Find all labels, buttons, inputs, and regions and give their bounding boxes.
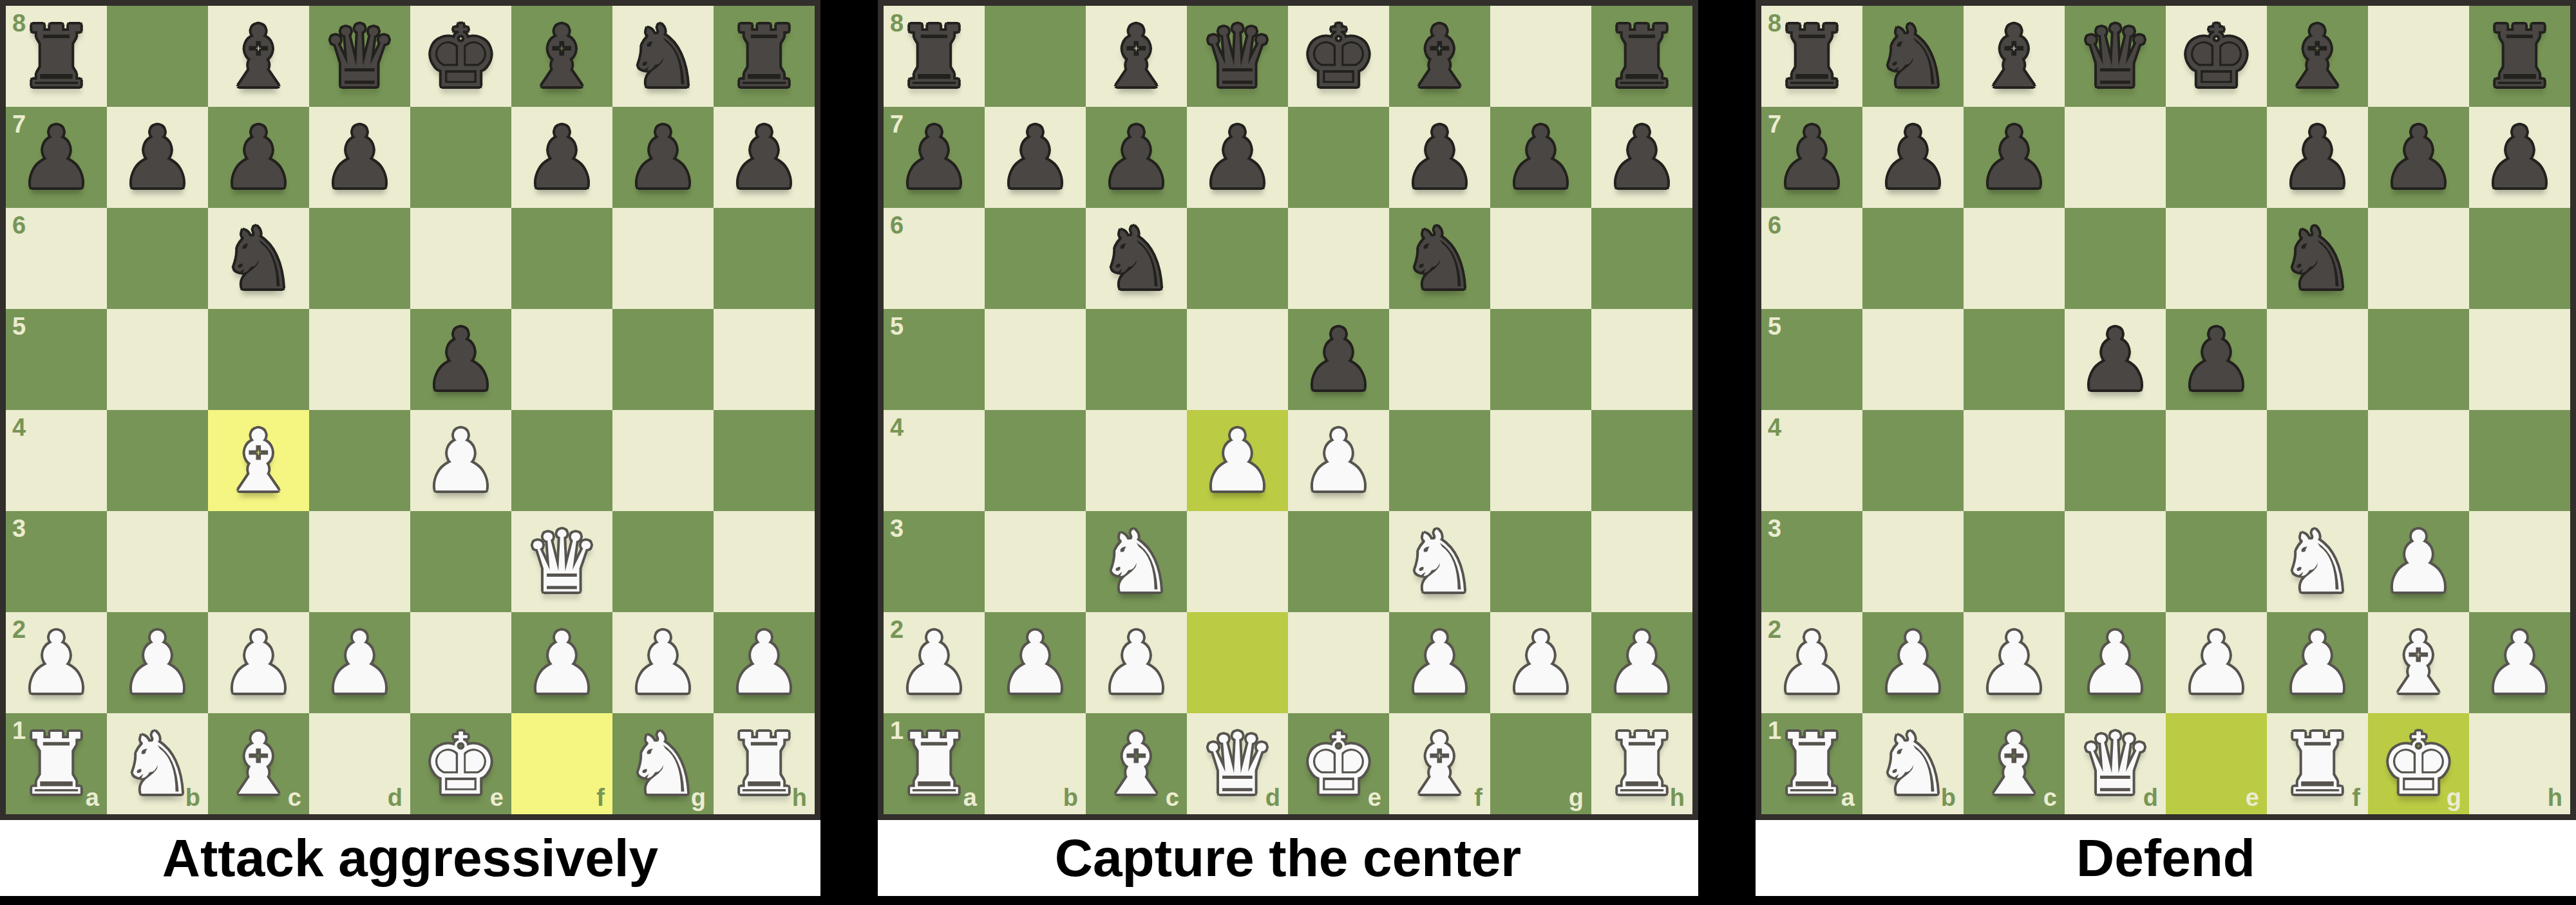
square-h2[interactable]: ♟	[2469, 612, 2570, 713]
black-pawn[interactable]: ♟	[1976, 115, 2052, 200]
black-pawn[interactable]: ♟	[321, 115, 397, 200]
square-e3[interactable]	[410, 511, 511, 612]
square-f4[interactable]	[2267, 410, 2368, 511]
square-a5[interactable]: 5	[6, 309, 107, 410]
square-g6[interactable]	[2368, 208, 2469, 309]
square-d1[interactable]: d♛	[2065, 713, 2166, 814]
black-bishop[interactable]: ♝	[524, 14, 600, 99]
square-c6[interactable]	[1964, 208, 2065, 309]
square-b6[interactable]	[985, 208, 1086, 309]
square-d5[interactable]: ♟	[2065, 309, 2166, 410]
black-queen[interactable]: ♛	[1199, 14, 1275, 99]
square-e1[interactable]: e	[2166, 713, 2267, 814]
square-a6[interactable]: 6	[6, 208, 107, 309]
square-f8[interactable]: ♝	[511, 6, 612, 107]
white-rook[interactable]: ♜	[1774, 722, 1850, 807]
square-c4[interactable]	[1964, 410, 2065, 511]
square-d3[interactable]	[1187, 511, 1288, 612]
square-c6[interactable]: ♞	[208, 208, 309, 309]
square-c7[interactable]: ♟	[1086, 107, 1187, 208]
white-rook[interactable]: ♜	[726, 722, 802, 807]
square-f2[interactable]: ♟	[511, 612, 612, 713]
black-rook[interactable]: ♜	[1604, 14, 1680, 99]
black-bishop[interactable]: ♝	[220, 14, 296, 99]
white-pawn[interactable]: ♟	[1774, 620, 1850, 705]
black-knight[interactable]: ♞	[2279, 216, 2355, 301]
square-d4[interactable]	[2065, 410, 2166, 511]
square-b6[interactable]	[1862, 208, 1964, 309]
square-d2[interactable]: ♟	[309, 612, 410, 713]
square-b3[interactable]	[1862, 511, 1964, 612]
square-b4[interactable]	[985, 410, 1086, 511]
square-b7[interactable]: ♟	[1862, 107, 1964, 208]
white-queen[interactable]: ♛	[524, 519, 600, 604]
square-h6[interactable]	[2469, 208, 2570, 309]
square-e6[interactable]	[410, 208, 511, 309]
white-knight[interactable]: ♞	[625, 722, 701, 807]
square-c6[interactable]: ♞	[1086, 208, 1187, 309]
white-pawn[interactable]: ♟	[2279, 620, 2355, 705]
black-bishop[interactable]: ♝	[1401, 14, 1477, 99]
square-b4[interactable]	[1862, 410, 1964, 511]
square-h7[interactable]: ♟	[2469, 107, 2570, 208]
square-e7[interactable]	[1288, 107, 1389, 208]
square-h1[interactable]: h♜	[1591, 713, 1692, 814]
square-h4[interactable]	[1591, 410, 1692, 511]
square-h7[interactable]: ♟	[714, 107, 815, 208]
white-bishop[interactable]: ♝	[1976, 722, 2052, 807]
square-a4[interactable]: 4	[884, 410, 985, 511]
black-pawn[interactable]: ♟	[1502, 115, 1578, 200]
square-c7[interactable]: ♟	[1964, 107, 2065, 208]
square-e5[interactable]: ♟	[2166, 309, 2267, 410]
square-h2[interactable]: ♟	[1591, 612, 1692, 713]
black-knight[interactable]: ♞	[625, 14, 701, 99]
white-pawn[interactable]: ♟	[1976, 620, 2052, 705]
white-pawn[interactable]: ♟	[997, 620, 1073, 705]
rank-label-5: 5	[890, 313, 904, 341]
black-pawn[interactable]: ♟	[18, 115, 94, 200]
black-knight[interactable]: ♞	[1875, 14, 1951, 99]
square-g5[interactable]	[2368, 309, 2469, 410]
square-h1[interactable]: h♜	[714, 713, 815, 814]
black-rook[interactable]: ♜	[1774, 14, 1850, 99]
white-pawn[interactable]: ♟	[422, 418, 498, 503]
black-pawn[interactable]: ♟	[1098, 115, 1174, 200]
black-rook[interactable]: ♜	[726, 14, 802, 99]
square-c3[interactable]	[1964, 511, 2065, 612]
square-g8[interactable]	[1490, 6, 1591, 107]
square-f2[interactable]: ♟	[2267, 612, 2368, 713]
square-g1[interactable]: g♞	[612, 713, 714, 814]
square-e7[interactable]	[410, 107, 511, 208]
file-label-d: d	[388, 784, 402, 812]
square-b1[interactable]: b♞	[107, 713, 208, 814]
black-rook[interactable]: ♜	[896, 14, 972, 99]
square-c2[interactable]: ♟	[208, 612, 309, 713]
white-king[interactable]: ♚	[1300, 722, 1376, 807]
square-c2[interactable]: ♟	[1086, 612, 1187, 713]
black-queen[interactable]: ♛	[321, 14, 397, 99]
black-pawn[interactable]: ♟	[220, 115, 296, 200]
square-e5[interactable]: ♟	[1288, 309, 1389, 410]
square-h3[interactable]	[2469, 511, 2570, 612]
square-d3[interactable]	[2065, 511, 2166, 612]
square-g4[interactable]	[1490, 410, 1591, 511]
file-label-c: c	[288, 784, 301, 812]
square-e3[interactable]	[2166, 511, 2267, 612]
file-label-a: a	[86, 784, 99, 812]
square-a3[interactable]: 3	[1761, 511, 1862, 612]
square-a6[interactable]: 6	[1761, 208, 1862, 309]
black-knight[interactable]: ♞	[1401, 216, 1477, 301]
rank-label-3: 3	[890, 515, 904, 543]
square-g6[interactable]	[1490, 208, 1591, 309]
square-f1[interactable]: f	[511, 713, 612, 814]
black-pawn[interactable]: ♟	[1199, 115, 1275, 200]
square-h4[interactable]	[2469, 410, 2570, 511]
black-bishop[interactable]: ♝	[2279, 14, 2355, 99]
square-e8[interactable]: ♚	[2166, 6, 2267, 107]
square-d6[interactable]	[2065, 208, 2166, 309]
square-f8[interactable]: ♝	[1389, 6, 1490, 107]
square-b1[interactable]: b	[985, 713, 1086, 814]
square-d8[interactable]: ♛	[1187, 6, 1288, 107]
white-pawn[interactable]: ♟	[2077, 620, 2153, 705]
square-e6[interactable]	[1288, 208, 1389, 309]
square-b2[interactable]: ♟	[985, 612, 1086, 713]
square-d5[interactable]	[1187, 309, 1288, 410]
square-g7[interactable]: ♟	[612, 107, 714, 208]
square-a5[interactable]: 5	[1761, 309, 1862, 410]
square-c2[interactable]: ♟	[1964, 612, 2065, 713]
square-a5[interactable]: 5	[884, 309, 985, 410]
white-pawn[interactable]: ♟	[1502, 620, 1578, 705]
square-e5[interactable]: ♟	[410, 309, 511, 410]
square-c1[interactable]: c♝	[1086, 713, 1187, 814]
square-e2[interactable]: ♟	[2166, 612, 2267, 713]
black-pawn[interactable]: ♟	[896, 115, 972, 200]
square-c1[interactable]: c♝	[1964, 713, 2065, 814]
square-g2[interactable]: ♝	[2368, 612, 2469, 713]
white-knight[interactable]: ♞	[2279, 519, 2355, 604]
square-a4[interactable]: 4	[6, 410, 107, 511]
square-h8[interactable]: ♜	[2469, 6, 2570, 107]
square-e8[interactable]: ♚	[410, 6, 511, 107]
square-d2[interactable]	[1187, 612, 1288, 713]
black-pawn[interactable]: ♟	[422, 317, 498, 402]
black-pawn[interactable]: ♟	[726, 115, 802, 200]
square-c3[interactable]	[208, 511, 309, 612]
square-h2[interactable]: ♟	[714, 612, 815, 713]
white-bishop[interactable]: ♝	[220, 418, 296, 503]
square-d7[interactable]: ♟	[309, 107, 410, 208]
chess-board-center: 8♜♝♛♚♝♜7♟♟♟♟♟♟♟6♞♞5♟4♟♟3♞♞2♟♟♟♟♟♟1a♜bc♝d…	[878, 0, 1698, 820]
square-d6[interactable]	[1187, 208, 1288, 309]
square-b6[interactable]	[107, 208, 208, 309]
square-f3[interactable]: ♞	[2267, 511, 2368, 612]
white-king[interactable]: ♚	[422, 722, 498, 807]
square-a1[interactable]: 1a♜	[884, 713, 985, 814]
square-g4[interactable]	[612, 410, 714, 511]
square-d6[interactable]	[309, 208, 410, 309]
square-b3[interactable]	[107, 511, 208, 612]
square-d1[interactable]: d♛	[1187, 713, 1288, 814]
caption-center: Capture the center	[878, 820, 1698, 896]
square-g2[interactable]: ♟	[1490, 612, 1591, 713]
square-f6[interactable]	[511, 208, 612, 309]
square-f1[interactable]: f♜	[2267, 713, 2368, 814]
black-pawn[interactable]: ♟	[119, 115, 195, 200]
square-g6[interactable]	[612, 208, 714, 309]
square-f4[interactable]	[1389, 410, 1490, 511]
white-rook[interactable]: ♜	[1604, 722, 1680, 807]
square-f5[interactable]	[2267, 309, 2368, 410]
square-h3[interactable]	[1591, 511, 1692, 612]
square-c5[interactable]	[208, 309, 309, 410]
black-pawn[interactable]: ♟	[1401, 115, 1477, 200]
black-king[interactable]: ♚	[422, 14, 498, 99]
square-b2[interactable]: ♟	[1862, 612, 1964, 713]
square-g3[interactable]	[612, 511, 714, 612]
white-pawn[interactable]: ♟	[220, 620, 296, 705]
white-pawn[interactable]: ♟	[18, 620, 94, 705]
white-queen[interactable]: ♛	[1199, 722, 1275, 807]
square-a8[interactable]: 8♜	[6, 6, 107, 107]
black-rook[interactable]: ♜	[2481, 14, 2557, 99]
white-rook[interactable]: ♜	[18, 722, 94, 807]
white-pawn[interactable]: ♟	[1604, 620, 1680, 705]
white-bishop[interactable]: ♝	[220, 722, 296, 807]
white-pawn[interactable]: ♟	[1401, 620, 1477, 705]
square-d2[interactable]: ♟	[2065, 612, 2166, 713]
square-g7[interactable]: ♟	[1490, 107, 1591, 208]
white-bishop[interactable]: ♝	[1401, 722, 1477, 807]
square-b7[interactable]: ♟	[985, 107, 1086, 208]
white-pawn[interactable]: ♟	[1098, 620, 1174, 705]
square-h8[interactable]: ♜	[1591, 6, 1692, 107]
square-b5[interactable]	[985, 309, 1086, 410]
square-h5[interactable]	[2469, 309, 2570, 410]
rank-label-5: 5	[1768, 313, 1781, 341]
square-a3[interactable]: 3	[884, 511, 985, 612]
square-a8[interactable]: 8♜	[884, 6, 985, 107]
black-rook[interactable]: ♜	[18, 14, 94, 99]
square-c8[interactable]: ♝	[1964, 6, 2065, 107]
square-h6[interactable]	[1591, 208, 1692, 309]
square-d4[interactable]: ♟	[1187, 410, 1288, 511]
square-a4[interactable]: 4	[1761, 410, 1862, 511]
white-rook[interactable]: ♜	[896, 722, 972, 807]
square-e4[interactable]: ♟	[1288, 410, 1389, 511]
black-bishop[interactable]: ♝	[1098, 14, 1174, 99]
square-a2[interactable]: 2♟	[884, 612, 985, 713]
black-knight[interactable]: ♞	[1098, 216, 1174, 301]
square-a7[interactable]: 7♟	[1761, 107, 1862, 208]
white-pawn[interactable]: ♟	[2481, 620, 2557, 705]
square-b2[interactable]: ♟	[107, 612, 208, 713]
black-pawn[interactable]: ♟	[1875, 115, 1951, 200]
black-bishop[interactable]: ♝	[1976, 14, 2052, 99]
square-e4[interactable]	[2166, 410, 2267, 511]
square-d7[interactable]: ♟	[1187, 107, 1288, 208]
square-c4[interactable]	[1086, 410, 1187, 511]
square-a7[interactable]: 7♟	[6, 107, 107, 208]
square-c5[interactable]	[1964, 309, 2065, 410]
white-knight[interactable]: ♞	[1875, 722, 1951, 807]
white-pawn[interactable]: ♟	[896, 620, 972, 705]
white-rook[interactable]: ♜	[2279, 722, 2355, 807]
black-king[interactable]: ♚	[1300, 14, 1376, 99]
square-h7[interactable]: ♟	[1591, 107, 1692, 208]
square-f3[interactable]: ♛	[511, 511, 612, 612]
square-b8[interactable]	[107, 6, 208, 107]
white-king[interactable]: ♚	[2380, 722, 2456, 807]
square-c4[interactable]: ♝	[208, 410, 309, 511]
square-f5[interactable]	[1389, 309, 1490, 410]
black-pawn[interactable]: ♟	[2077, 317, 2153, 402]
black-pawn[interactable]: ♟	[2178, 317, 2254, 402]
square-g2[interactable]: ♟	[612, 612, 714, 713]
square-f1[interactable]: f♝	[1389, 713, 1490, 814]
white-pawn[interactable]: ♟	[321, 620, 397, 705]
square-e2[interactable]	[410, 612, 511, 713]
white-pawn[interactable]: ♟	[524, 620, 600, 705]
square-e4[interactable]: ♟	[410, 410, 511, 511]
square-g8[interactable]	[2368, 6, 2469, 107]
square-f8[interactable]: ♝	[2267, 6, 2368, 107]
file-label-h: h	[2548, 784, 2562, 812]
white-bishop[interactable]: ♝	[2380, 620, 2456, 705]
black-queen[interactable]: ♛	[2077, 14, 2153, 99]
square-e1[interactable]: e♚	[1288, 713, 1389, 814]
black-pawn[interactable]: ♟	[524, 115, 600, 200]
black-pawn[interactable]: ♟	[2279, 115, 2355, 200]
square-b5[interactable]	[107, 309, 208, 410]
square-b5[interactable]	[1862, 309, 1964, 410]
square-f6[interactable]: ♞	[1389, 208, 1490, 309]
rank-label-1: 1	[890, 717, 904, 745]
square-a6[interactable]: 6	[884, 208, 985, 309]
square-c7[interactable]: ♟	[208, 107, 309, 208]
square-f7[interactable]: ♟	[1389, 107, 1490, 208]
white-pawn[interactable]: ♟	[726, 620, 802, 705]
square-g3[interactable]: ♟	[2368, 511, 2469, 612]
square-e6[interactable]	[2166, 208, 2267, 309]
square-a1[interactable]: 1a♜	[1761, 713, 1862, 814]
square-g8[interactable]: ♞	[612, 6, 714, 107]
square-f3[interactable]: ♞	[1389, 511, 1490, 612]
white-pawn[interactable]: ♟	[2380, 519, 2456, 604]
square-b8[interactable]	[985, 6, 1086, 107]
white-knight[interactable]: ♞	[1401, 519, 1477, 604]
black-pawn[interactable]: ♟	[997, 115, 1073, 200]
square-a1[interactable]: 1a♜	[6, 713, 107, 814]
square-a3[interactable]: 3	[6, 511, 107, 612]
square-e1[interactable]: e♚	[410, 713, 511, 814]
square-b4[interactable]	[107, 410, 208, 511]
black-knight[interactable]: ♞	[220, 216, 296, 301]
square-f7[interactable]: ♟	[2267, 107, 2368, 208]
black-pawn[interactable]: ♟	[625, 115, 701, 200]
square-a2[interactable]: 2♟	[1761, 612, 1862, 713]
square-d5[interactable]	[309, 309, 410, 410]
square-c3[interactable]: ♞	[1086, 511, 1187, 612]
square-d8[interactable]: ♛	[2065, 6, 2166, 107]
square-e8[interactable]: ♚	[1288, 6, 1389, 107]
square-b1[interactable]: b♞	[1862, 713, 1964, 814]
square-c8[interactable]: ♝	[1086, 6, 1187, 107]
black-pawn[interactable]: ♟	[1604, 115, 1680, 200]
square-f7[interactable]: ♟	[511, 107, 612, 208]
square-a2[interactable]: 2♟	[6, 612, 107, 713]
black-king[interactable]: ♚	[2178, 14, 2254, 99]
square-a8[interactable]: 8♜	[1761, 6, 1862, 107]
black-pawn[interactable]: ♟	[2380, 115, 2456, 200]
white-pawn[interactable]: ♟	[1875, 620, 1951, 705]
black-pawn[interactable]: ♟	[1300, 317, 1376, 402]
square-d8[interactable]: ♛	[309, 6, 410, 107]
square-g5[interactable]	[612, 309, 714, 410]
square-e2[interactable]	[1288, 612, 1389, 713]
file-label-g: g	[2447, 784, 2461, 812]
white-knight[interactable]: ♞	[119, 722, 195, 807]
square-g4[interactable]	[2368, 410, 2469, 511]
square-h5[interactable]	[1591, 309, 1692, 410]
square-c1[interactable]: c♝	[208, 713, 309, 814]
square-e3[interactable]	[1288, 511, 1389, 612]
rank-label-1: 1	[1768, 717, 1781, 745]
white-pawn[interactable]: ♟	[1199, 418, 1275, 503]
square-c8[interactable]: ♝	[208, 6, 309, 107]
square-g1[interactable]: g♚	[2368, 713, 2469, 814]
square-f2[interactable]: ♟	[1389, 612, 1490, 713]
square-h8[interactable]: ♜	[714, 6, 815, 107]
white-pawn[interactable]: ♟	[2178, 620, 2254, 705]
black-pawn[interactable]: ♟	[1774, 115, 1850, 200]
square-e7[interactable]	[2166, 107, 2267, 208]
white-pawn[interactable]: ♟	[625, 620, 701, 705]
square-g5[interactable]	[1490, 309, 1591, 410]
square-b7[interactable]: ♟	[107, 107, 208, 208]
square-g3[interactable]	[1490, 511, 1591, 612]
white-queen[interactable]: ♛	[2077, 722, 2153, 807]
white-knight[interactable]: ♞	[1098, 519, 1174, 604]
square-a7[interactable]: 7♟	[884, 107, 985, 208]
square-h4[interactable]	[714, 410, 815, 511]
square-b3[interactable]	[985, 511, 1086, 612]
white-bishop[interactable]: ♝	[1098, 722, 1174, 807]
square-c5[interactable]	[1086, 309, 1187, 410]
square-b8[interactable]: ♞	[1862, 6, 1964, 107]
square-d1[interactable]: d	[309, 713, 410, 814]
square-h1[interactable]: h	[2469, 713, 2570, 814]
square-g7[interactable]: ♟	[2368, 107, 2469, 208]
square-h6[interactable]	[714, 208, 815, 309]
white-pawn[interactable]: ♟	[119, 620, 195, 705]
black-pawn[interactable]: ♟	[2481, 115, 2557, 200]
square-d7[interactable]	[2065, 107, 2166, 208]
square-h5[interactable]	[714, 309, 815, 410]
square-f6[interactable]: ♞	[2267, 208, 2368, 309]
white-pawn[interactable]: ♟	[1300, 418, 1376, 503]
square-f5[interactable]	[511, 309, 612, 410]
square-d3[interactable]	[309, 511, 410, 612]
square-d4[interactable]	[309, 410, 410, 511]
square-h3[interactable]	[714, 511, 815, 612]
square-f4[interactable]	[511, 410, 612, 511]
square-g1[interactable]: g	[1490, 713, 1591, 814]
